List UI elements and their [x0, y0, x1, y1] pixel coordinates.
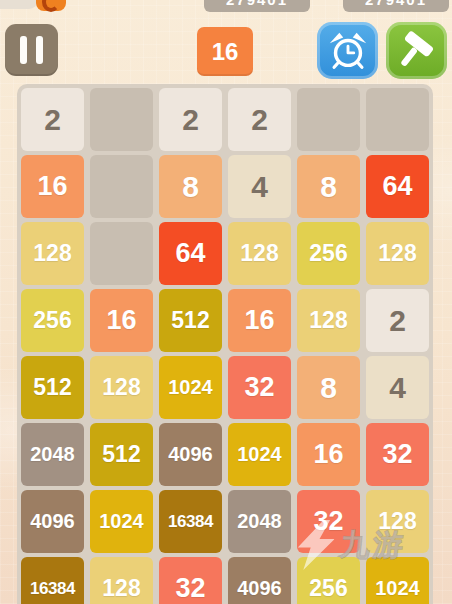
tile-128: 128: [21, 222, 84, 285]
tile-512: 512: [159, 289, 222, 352]
tile-2: 2: [159, 88, 222, 151]
tile-1024: 1024: [159, 356, 222, 419]
empty-cell: [297, 88, 360, 151]
coin-button-partial[interactable]: [36, 0, 66, 11]
tile-64: 64: [159, 222, 222, 285]
tile-32: 32: [159, 557, 222, 604]
tile-256: 256: [297, 557, 360, 604]
pause-icon: [36, 36, 43, 64]
empty-cell: [90, 222, 153, 285]
tile-4: 4: [366, 356, 429, 419]
tile-1024: 1024: [90, 490, 153, 553]
tile-2: 2: [21, 88, 84, 151]
pause-button[interactable]: [5, 24, 58, 76]
tile-16384: 16384: [159, 490, 222, 553]
tile-32: 32: [366, 423, 429, 486]
toolbar-button-partial[interactable]: [0, 0, 38, 9]
tile-64: 64: [366, 155, 429, 218]
tile-2048: 2048: [228, 490, 291, 553]
tile-16: 16: [228, 289, 291, 352]
empty-cell: [366, 88, 429, 151]
tile-4096: 4096: [159, 423, 222, 486]
tile-512: 512: [90, 423, 153, 486]
tile-256: 256: [297, 222, 360, 285]
tile-4096: 4096: [21, 490, 84, 553]
hammer-button[interactable]: [386, 22, 447, 79]
empty-cell: [90, 155, 153, 218]
timer-button[interactable]: [317, 22, 378, 79]
pause-icon: [20, 36, 27, 64]
tile-128: 128: [297, 289, 360, 352]
tile-4: 4: [228, 155, 291, 218]
coin-icon: [42, 0, 60, 12]
gavel-icon: [394, 28, 440, 74]
tile-16: 16: [297, 423, 360, 486]
tile-16384: 16384: [21, 557, 84, 604]
tile-16: 16: [21, 155, 84, 218]
tile-128: 128: [90, 356, 153, 419]
tile-16: 16: [90, 289, 153, 352]
score-badge-right: 279401: [343, 0, 449, 12]
tile-4096: 4096: [228, 557, 291, 604]
tile-2048: 2048: [21, 423, 84, 486]
tile-8: 8: [297, 356, 360, 419]
alarm-clock-icon: [325, 28, 371, 74]
tile-128: 128: [366, 490, 429, 553]
tile-128: 128: [366, 222, 429, 285]
tile-2: 2: [366, 289, 429, 352]
tile-2: 2: [228, 88, 291, 151]
tile-256: 256: [21, 289, 84, 352]
tile-1024: 1024: [228, 423, 291, 486]
next-tile-preview[interactable]: 16: [197, 27, 253, 76]
empty-cell: [90, 88, 153, 151]
tile-32: 32: [228, 356, 291, 419]
tile-8: 8: [297, 155, 360, 218]
tile-128: 128: [228, 222, 291, 285]
score-badge-left: 279401: [204, 0, 310, 12]
tile-32: 32: [297, 490, 360, 553]
tile-1024: 1024: [366, 557, 429, 604]
tile-512: 512: [21, 356, 84, 419]
game-board[interactable]: 2221684864128641282561282561651216128251…: [17, 84, 433, 604]
tile-8: 8: [159, 155, 222, 218]
tile-128: 128: [90, 557, 153, 604]
